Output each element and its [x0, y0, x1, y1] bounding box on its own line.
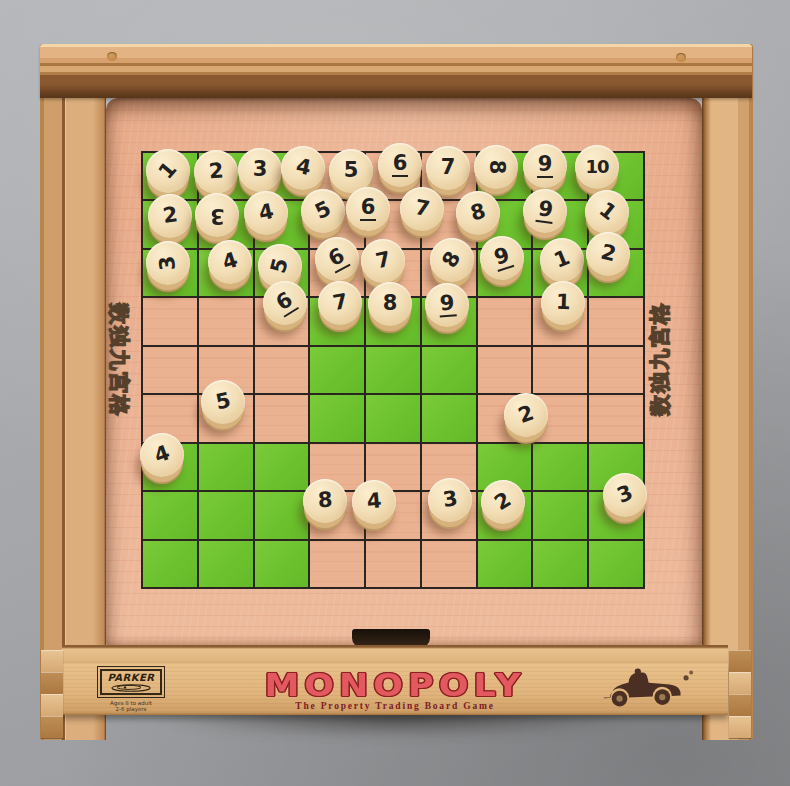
number-disc[interactable]: 3	[146, 241, 190, 285]
finger-joint-tooth	[729, 672, 751, 694]
number-disc[interactable]: 2	[586, 232, 630, 276]
number-disc[interactable]: 4	[352, 480, 396, 524]
disc-number: 4	[293, 156, 314, 181]
number-disc[interactable]: 3	[428, 478, 472, 522]
number-disc[interactable]: 5	[201, 380, 245, 424]
board-cell[interactable]	[310, 395, 364, 441]
board-cell[interactable]	[199, 444, 253, 490]
board-cell[interactable]	[255, 541, 309, 587]
disc-number: 1	[554, 292, 571, 315]
disc-number: 3	[440, 488, 460, 512]
number-disc[interactable]: 8	[474, 145, 518, 189]
board-cell[interactable]	[589, 541, 643, 587]
disc-number: 10	[584, 158, 609, 177]
board-cell[interactable]	[422, 541, 476, 587]
title-character: 独	[649, 372, 672, 393]
number-disc[interactable]: 9	[523, 189, 567, 233]
parker-wordmark: PARKER	[107, 673, 154, 683]
parker-small-print: Ages 8 to adult 2-6 players	[92, 700, 170, 712]
board-cell[interactable]	[199, 541, 253, 587]
board-cell[interactable]	[533, 541, 587, 587]
finger-joint-tooth	[729, 694, 751, 716]
board-cell[interactable]	[366, 541, 420, 587]
disc-number: 1	[154, 158, 182, 185]
title-character: 九	[649, 349, 672, 370]
number-disc[interactable]: 8	[456, 191, 500, 235]
number-disc[interactable]: 9	[425, 283, 469, 327]
disc-number: 3	[613, 482, 637, 509]
board-cell[interactable]	[310, 541, 364, 587]
board-cell[interactable]	[143, 492, 197, 538]
monopoly-vintage-car-icon	[599, 664, 696, 711]
disc-number: 3	[156, 254, 179, 272]
board-cell[interactable]	[478, 298, 532, 344]
number-disc[interactable]: 1	[585, 190, 629, 234]
number-disc[interactable]: 8	[303, 479, 347, 523]
number-disc[interactable]: 4	[140, 433, 184, 477]
number-disc[interactable]: 7	[318, 281, 362, 325]
number-disc[interactable]: 2	[194, 150, 238, 194]
disc-number: 3	[209, 204, 226, 226]
number-disc[interactable]: 7	[400, 187, 444, 231]
finger-joint-tooth	[41, 716, 63, 738]
disc-number: 6	[272, 288, 299, 317]
number-disc[interactable]: 6	[263, 281, 307, 325]
number-disc[interactable]: 1	[541, 281, 585, 325]
title-character: 独	[107, 326, 130, 347]
disc-number: 8	[316, 490, 334, 513]
number-disc[interactable]: 4	[244, 191, 288, 235]
number-disc[interactable]: 1	[146, 149, 190, 193]
title-character: 格	[107, 395, 130, 416]
disc-number: 2	[490, 488, 516, 515]
title-character: 数	[649, 395, 672, 416]
board-cell[interactable]	[255, 395, 309, 441]
number-disc[interactable]: 3	[238, 148, 282, 192]
box-top-rim	[40, 44, 752, 98]
disc-number: 6	[360, 197, 377, 221]
disc-number: 2	[160, 204, 180, 228]
number-disc[interactable]: 6	[378, 143, 422, 187]
title-character: 九	[107, 349, 130, 370]
title-character: 格	[649, 303, 672, 324]
board-cell[interactable]	[255, 492, 309, 538]
board-cell[interactable]	[478, 541, 532, 587]
number-disc[interactable]: 4	[281, 146, 325, 190]
number-disc[interactable]: 3	[603, 473, 647, 517]
board-cell[interactable]	[589, 347, 643, 393]
disc-number: 7	[373, 249, 394, 274]
disc-number: 5	[213, 390, 234, 415]
dowel-peg-icon	[676, 53, 686, 62]
board-cell[interactable]	[255, 347, 309, 393]
board-cell[interactable]	[422, 347, 476, 393]
number-disc[interactable]: 6	[315, 237, 359, 281]
disc-number: 4	[219, 249, 242, 275]
board-cell[interactable]	[589, 395, 643, 441]
disc-number: 9	[490, 244, 513, 272]
disc-number: 8	[382, 293, 399, 315]
board-cell[interactable]	[422, 395, 476, 441]
disc-number: 1	[550, 247, 574, 274]
board-cell[interactable]	[143, 298, 197, 344]
disc-number: 6	[392, 153, 409, 177]
disc-number: 6	[324, 245, 350, 274]
disc-number: 9	[535, 198, 555, 224]
finger-joint-tooth	[41, 672, 63, 694]
board-cell[interactable]	[533, 492, 587, 538]
parker-logo: PARKER	[100, 669, 162, 695]
disc-number: 7	[330, 291, 350, 316]
disc-number: 2	[207, 160, 225, 183]
number-disc[interactable]: 4	[208, 240, 252, 284]
disc-number: 5	[311, 198, 335, 225]
number-disc[interactable]: 8	[368, 282, 412, 326]
disc-number: 8	[467, 200, 489, 226]
disc-number: 5	[267, 255, 293, 277]
disc-number: 2	[597, 241, 618, 266]
photo-of-wooden-sudoku-box: 数独九宫格 格宫九独数 1234567891023456789134567891…	[0, 0, 790, 786]
finger-joint-tooth	[41, 694, 63, 716]
board-cell[interactable]	[589, 298, 643, 344]
board-cell[interactable]	[366, 347, 420, 393]
number-disc[interactable]: 9	[523, 144, 567, 188]
board-cell[interactable]	[143, 541, 197, 587]
disc-number: 4	[150, 442, 173, 468]
parker-swirl-icon	[110, 684, 152, 692]
finger-joint-tooth	[729, 650, 751, 672]
disc-number: 2	[514, 402, 537, 428]
number-disc[interactable]: 2	[504, 393, 548, 437]
disc-number: 8	[485, 159, 507, 176]
title-character: 宫	[649, 326, 672, 347]
right-vertical-title: 格宫九独数	[650, 302, 671, 417]
left-vertical-title: 数独九宫格	[108, 302, 129, 417]
title-character: 宫	[107, 372, 130, 393]
players-note: 2-6 players	[92, 706, 170, 712]
disc-number: 7	[440, 157, 457, 179]
box-right-wall	[702, 44, 753, 740]
number-disc[interactable]: 5	[301, 189, 345, 233]
disc-number: 9	[438, 292, 456, 317]
board-cell[interactable]	[366, 395, 420, 441]
number-disc[interactable]: 2	[148, 194, 192, 238]
number-disc[interactable]: 9	[480, 236, 524, 280]
number-disc[interactable]: 3	[195, 193, 239, 237]
front-wall-top-edge	[62, 645, 728, 663]
board-cell[interactable]	[199, 298, 253, 344]
board-cell[interactable]	[533, 347, 587, 393]
number-disc[interactable]: 1	[540, 238, 584, 282]
disc-number: 3	[252, 159, 269, 181]
dowel-peg-icon	[107, 52, 117, 61]
board-cell[interactable]	[533, 444, 587, 490]
finger-joint-tooth	[729, 716, 751, 738]
monopoly-tagline: The Property Trading Board Game	[240, 701, 550, 711]
board-cell[interactable]	[255, 444, 309, 490]
board-cell[interactable]	[143, 347, 197, 393]
number-disc[interactable]: 10	[575, 145, 619, 189]
disc-number: 5	[343, 160, 360, 182]
board-cell[interactable]	[310, 347, 364, 393]
board-cell[interactable]	[199, 492, 253, 538]
number-disc[interactable]: 7	[361, 239, 405, 283]
disc-number: 9	[537, 154, 554, 178]
finger-joint-tooth	[41, 650, 63, 672]
box-left-wall	[40, 44, 106, 740]
disc-number: 4	[256, 201, 277, 226]
monopoly-wordmark: MONOPOLY	[240, 669, 550, 700]
disc-number: 8	[438, 247, 465, 272]
disc-number: 1	[594, 198, 621, 226]
number-disc[interactable]: 7	[426, 146, 470, 190]
number-disc[interactable]: 6	[346, 187, 390, 231]
disc-number: 4	[365, 490, 383, 513]
disc-number: 7	[412, 197, 432, 222]
board-cell[interactable]	[478, 347, 532, 393]
title-character: 数	[107, 303, 130, 324]
number-disc[interactable]: 2	[481, 480, 525, 524]
number-disc[interactable]: 8	[430, 238, 474, 282]
